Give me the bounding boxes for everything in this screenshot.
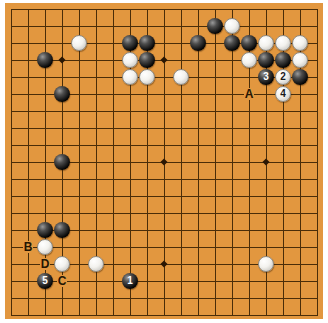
- black-stone: [258, 52, 274, 68]
- black-stone: [122, 35, 139, 52]
- black-stone: [207, 18, 224, 35]
- white-stone: [139, 69, 156, 86]
- white-stone: [241, 52, 257, 68]
- move-number: 4: [280, 89, 286, 99]
- white-stone: [88, 256, 104, 272]
- move-number: 3: [263, 72, 269, 82]
- black-stone-move-1: 1: [122, 273, 139, 290]
- go-board[interactable]: 35124ABCD: [5, 3, 323, 319]
- white-stone: [71, 35, 88, 52]
- white-stone: [224, 18, 240, 34]
- white-stone: [37, 239, 54, 256]
- black-stone: [275, 52, 292, 69]
- white-stone: [292, 35, 309, 52]
- white-stone: [224, 18, 241, 35]
- white-stone: [258, 256, 274, 272]
- point-label-A: A: [241, 86, 258, 103]
- white-stone: [71, 35, 87, 51]
- point-label-C: C: [54, 273, 71, 290]
- white-stone: [122, 69, 139, 86]
- white-stone: [88, 256, 105, 273]
- move-number: 2: [280, 72, 286, 82]
- black-stone: [224, 35, 241, 52]
- go-board-grid[interactable]: 35124ABCD: [3, 1, 326, 323]
- black-stone: 5: [37, 273, 53, 289]
- white-stone: [258, 35, 275, 52]
- white-stone: [122, 52, 139, 69]
- black-stone: [258, 52, 275, 69]
- black-stone: [37, 52, 54, 69]
- point-label-B: B: [20, 239, 37, 256]
- point-label-D: D: [37, 256, 54, 273]
- move-number: 1: [127, 276, 133, 286]
- black-stone: [54, 86, 70, 102]
- black-stone: [241, 35, 258, 52]
- white-stone: [258, 256, 275, 273]
- black-stone: [275, 52, 291, 68]
- black-stone: [54, 222, 70, 238]
- black-stone: [224, 35, 240, 51]
- white-stone: [241, 52, 258, 69]
- white-stone: [292, 52, 308, 68]
- black-stone: [190, 35, 207, 52]
- white-stone: [54, 256, 70, 272]
- black-stone: [139, 52, 156, 69]
- black-stone: [54, 86, 71, 103]
- label-C: C: [57, 275, 68, 287]
- label-D: D: [40, 258, 51, 270]
- black-stone: [37, 222, 53, 238]
- white-stone: [139, 69, 155, 85]
- black-stone: [122, 35, 138, 51]
- black-stone: [54, 154, 71, 171]
- white-stone: [54, 256, 71, 273]
- white-stone: [37, 239, 53, 255]
- black-stone: 1: [122, 273, 138, 289]
- black-stone: [190, 35, 206, 51]
- white-stone: [122, 69, 138, 85]
- white-stone: [275, 35, 291, 51]
- white-stone: 4: [275, 86, 291, 102]
- black-stone: [54, 222, 71, 239]
- black-stone: [139, 35, 156, 52]
- black-stone: 3: [258, 69, 274, 85]
- white-stone: [173, 69, 190, 86]
- label-B: B: [23, 241, 34, 253]
- black-stone: [292, 69, 309, 86]
- white-stone: [275, 35, 292, 52]
- black-stone: [139, 52, 155, 68]
- white-stone: [292, 35, 308, 51]
- white-stone: [292, 52, 309, 69]
- black-stone: [54, 154, 70, 170]
- board-grid-lines: 35124ABCD: [11, 9, 318, 316]
- black-stone: [37, 222, 54, 239]
- white-stone: 2: [275, 69, 291, 85]
- black-stone-move-3: 3: [258, 69, 275, 86]
- white-stone: [122, 52, 138, 68]
- white-stone: [173, 69, 189, 85]
- white-stone-move-4: 4: [275, 86, 292, 103]
- black-stone-move-5: 5: [37, 273, 54, 290]
- black-stone: [37, 52, 53, 68]
- label-A: A: [244, 88, 255, 100]
- move-number: 5: [42, 276, 48, 286]
- black-stone: [139, 35, 155, 51]
- white-stone-move-2: 2: [275, 69, 292, 86]
- black-stone: [292, 69, 308, 85]
- white-stone: [258, 35, 274, 51]
- black-stone: [207, 18, 223, 34]
- black-stone: [241, 35, 257, 51]
